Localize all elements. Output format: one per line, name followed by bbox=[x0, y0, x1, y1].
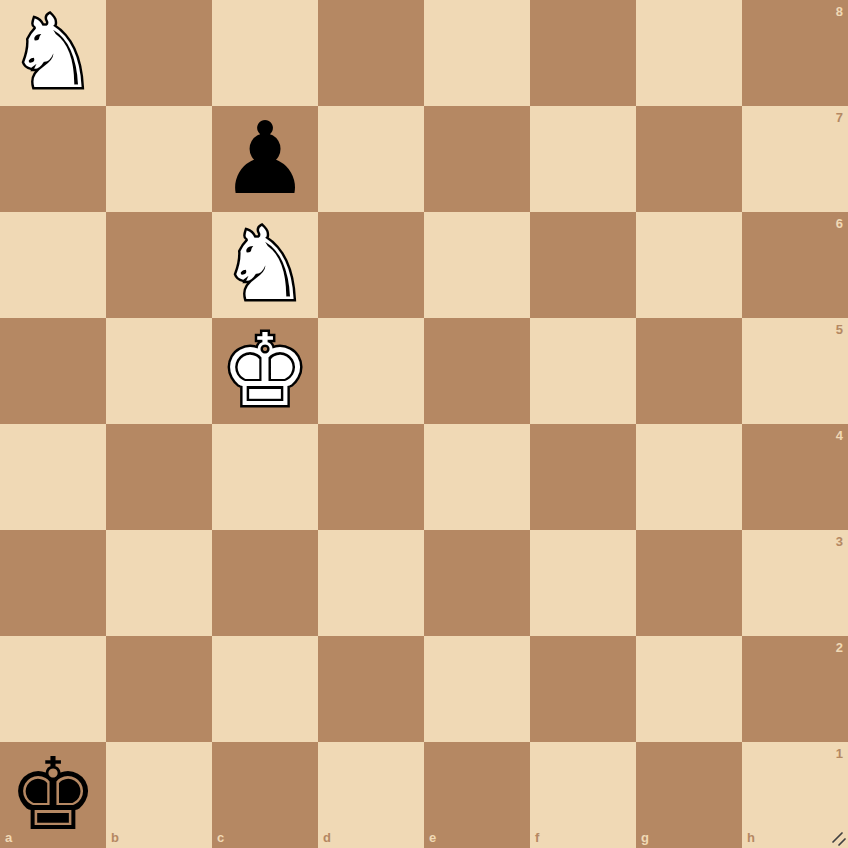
resize-handle-icon[interactable] bbox=[829, 829, 846, 846]
square-e4[interactable] bbox=[424, 424, 530, 530]
square-d5[interactable] bbox=[318, 318, 424, 424]
square-h6[interactable]: 6 bbox=[742, 212, 848, 318]
rank-label-2: 2 bbox=[836, 641, 843, 654]
square-e5[interactable] bbox=[424, 318, 530, 424]
square-b1[interactable]: b bbox=[106, 742, 212, 848]
square-f2[interactable] bbox=[530, 636, 636, 742]
rank-label-4: 4 bbox=[836, 429, 843, 442]
rank-label-1: 1 bbox=[836, 747, 843, 760]
square-e2[interactable] bbox=[424, 636, 530, 742]
square-h7[interactable]: 7 bbox=[742, 106, 848, 212]
file-label-h: h bbox=[747, 831, 755, 844]
square-f3[interactable] bbox=[530, 530, 636, 636]
file-label-b: b bbox=[111, 831, 119, 844]
square-h4[interactable]: 4 bbox=[742, 424, 848, 530]
square-g5[interactable] bbox=[636, 318, 742, 424]
square-a5[interactable] bbox=[0, 318, 106, 424]
square-b3[interactable] bbox=[106, 530, 212, 636]
square-f7[interactable] bbox=[530, 106, 636, 212]
square-g2[interactable] bbox=[636, 636, 742, 742]
square-e7[interactable] bbox=[424, 106, 530, 212]
square-f6[interactable] bbox=[530, 212, 636, 318]
square-c1[interactable]: c bbox=[212, 742, 318, 848]
square-d1[interactable]: d bbox=[318, 742, 424, 848]
rank-label-6: 6 bbox=[836, 217, 843, 230]
square-b5[interactable] bbox=[106, 318, 212, 424]
square-c3[interactable] bbox=[212, 530, 318, 636]
square-f8[interactable] bbox=[530, 0, 636, 106]
square-h8[interactable]: 8 bbox=[742, 0, 848, 106]
square-a3[interactable] bbox=[0, 530, 106, 636]
square-c2[interactable] bbox=[212, 636, 318, 742]
square-g7[interactable] bbox=[636, 106, 742, 212]
square-d8[interactable] bbox=[318, 0, 424, 106]
square-d6[interactable] bbox=[318, 212, 424, 318]
square-e8[interactable] bbox=[424, 0, 530, 106]
white-king[interactable]: ♚ bbox=[212, 318, 318, 424]
file-label-g: g bbox=[641, 831, 649, 844]
square-c8[interactable] bbox=[212, 0, 318, 106]
square-e6[interactable] bbox=[424, 212, 530, 318]
square-f4[interactable] bbox=[530, 424, 636, 530]
square-g8[interactable] bbox=[636, 0, 742, 106]
rank-label-7: 7 bbox=[836, 111, 843, 124]
square-e3[interactable] bbox=[424, 530, 530, 636]
square-a8[interactable]: ♞ bbox=[0, 0, 106, 106]
square-g1[interactable]: g bbox=[636, 742, 742, 848]
square-a6[interactable] bbox=[0, 212, 106, 318]
square-b8[interactable] bbox=[106, 0, 212, 106]
square-b7[interactable] bbox=[106, 106, 212, 212]
square-f1[interactable]: f bbox=[530, 742, 636, 848]
square-a4[interactable] bbox=[0, 424, 106, 530]
square-h2[interactable]: 2 bbox=[742, 636, 848, 742]
square-h3[interactable]: 3 bbox=[742, 530, 848, 636]
black-pawn[interactable]: ♟ bbox=[212, 106, 318, 212]
square-d3[interactable] bbox=[318, 530, 424, 636]
square-d2[interactable] bbox=[318, 636, 424, 742]
black-king[interactable]: ♚ bbox=[0, 742, 106, 848]
rank-label-3: 3 bbox=[836, 535, 843, 548]
square-d4[interactable] bbox=[318, 424, 424, 530]
white-knight[interactable]: ♞ bbox=[212, 212, 318, 318]
file-label-f: f bbox=[535, 831, 539, 844]
square-a1[interactable]: a♚ bbox=[0, 742, 106, 848]
square-f5[interactable] bbox=[530, 318, 636, 424]
square-a7[interactable] bbox=[0, 106, 106, 212]
file-label-d: d bbox=[323, 831, 331, 844]
square-c6[interactable]: ♞ bbox=[212, 212, 318, 318]
square-c7[interactable]: ♟ bbox=[212, 106, 318, 212]
square-d7[interactable] bbox=[318, 106, 424, 212]
square-b6[interactable] bbox=[106, 212, 212, 318]
file-label-c: c bbox=[217, 831, 224, 844]
chess-board: ♞8♟7♞6♚5432a♚bcdefgh1 bbox=[0, 0, 848, 848]
square-c5[interactable]: ♚ bbox=[212, 318, 318, 424]
square-h5[interactable]: 5 bbox=[742, 318, 848, 424]
rank-label-5: 5 bbox=[836, 323, 843, 336]
square-g3[interactable] bbox=[636, 530, 742, 636]
square-c4[interactable] bbox=[212, 424, 318, 530]
square-g4[interactable] bbox=[636, 424, 742, 530]
square-g6[interactable] bbox=[636, 212, 742, 318]
square-e1[interactable]: e bbox=[424, 742, 530, 848]
file-label-e: e bbox=[429, 831, 436, 844]
square-a2[interactable] bbox=[0, 636, 106, 742]
square-b4[interactable] bbox=[106, 424, 212, 530]
white-knight[interactable]: ♞ bbox=[0, 0, 106, 106]
rank-label-8: 8 bbox=[836, 5, 843, 18]
square-b2[interactable] bbox=[106, 636, 212, 742]
